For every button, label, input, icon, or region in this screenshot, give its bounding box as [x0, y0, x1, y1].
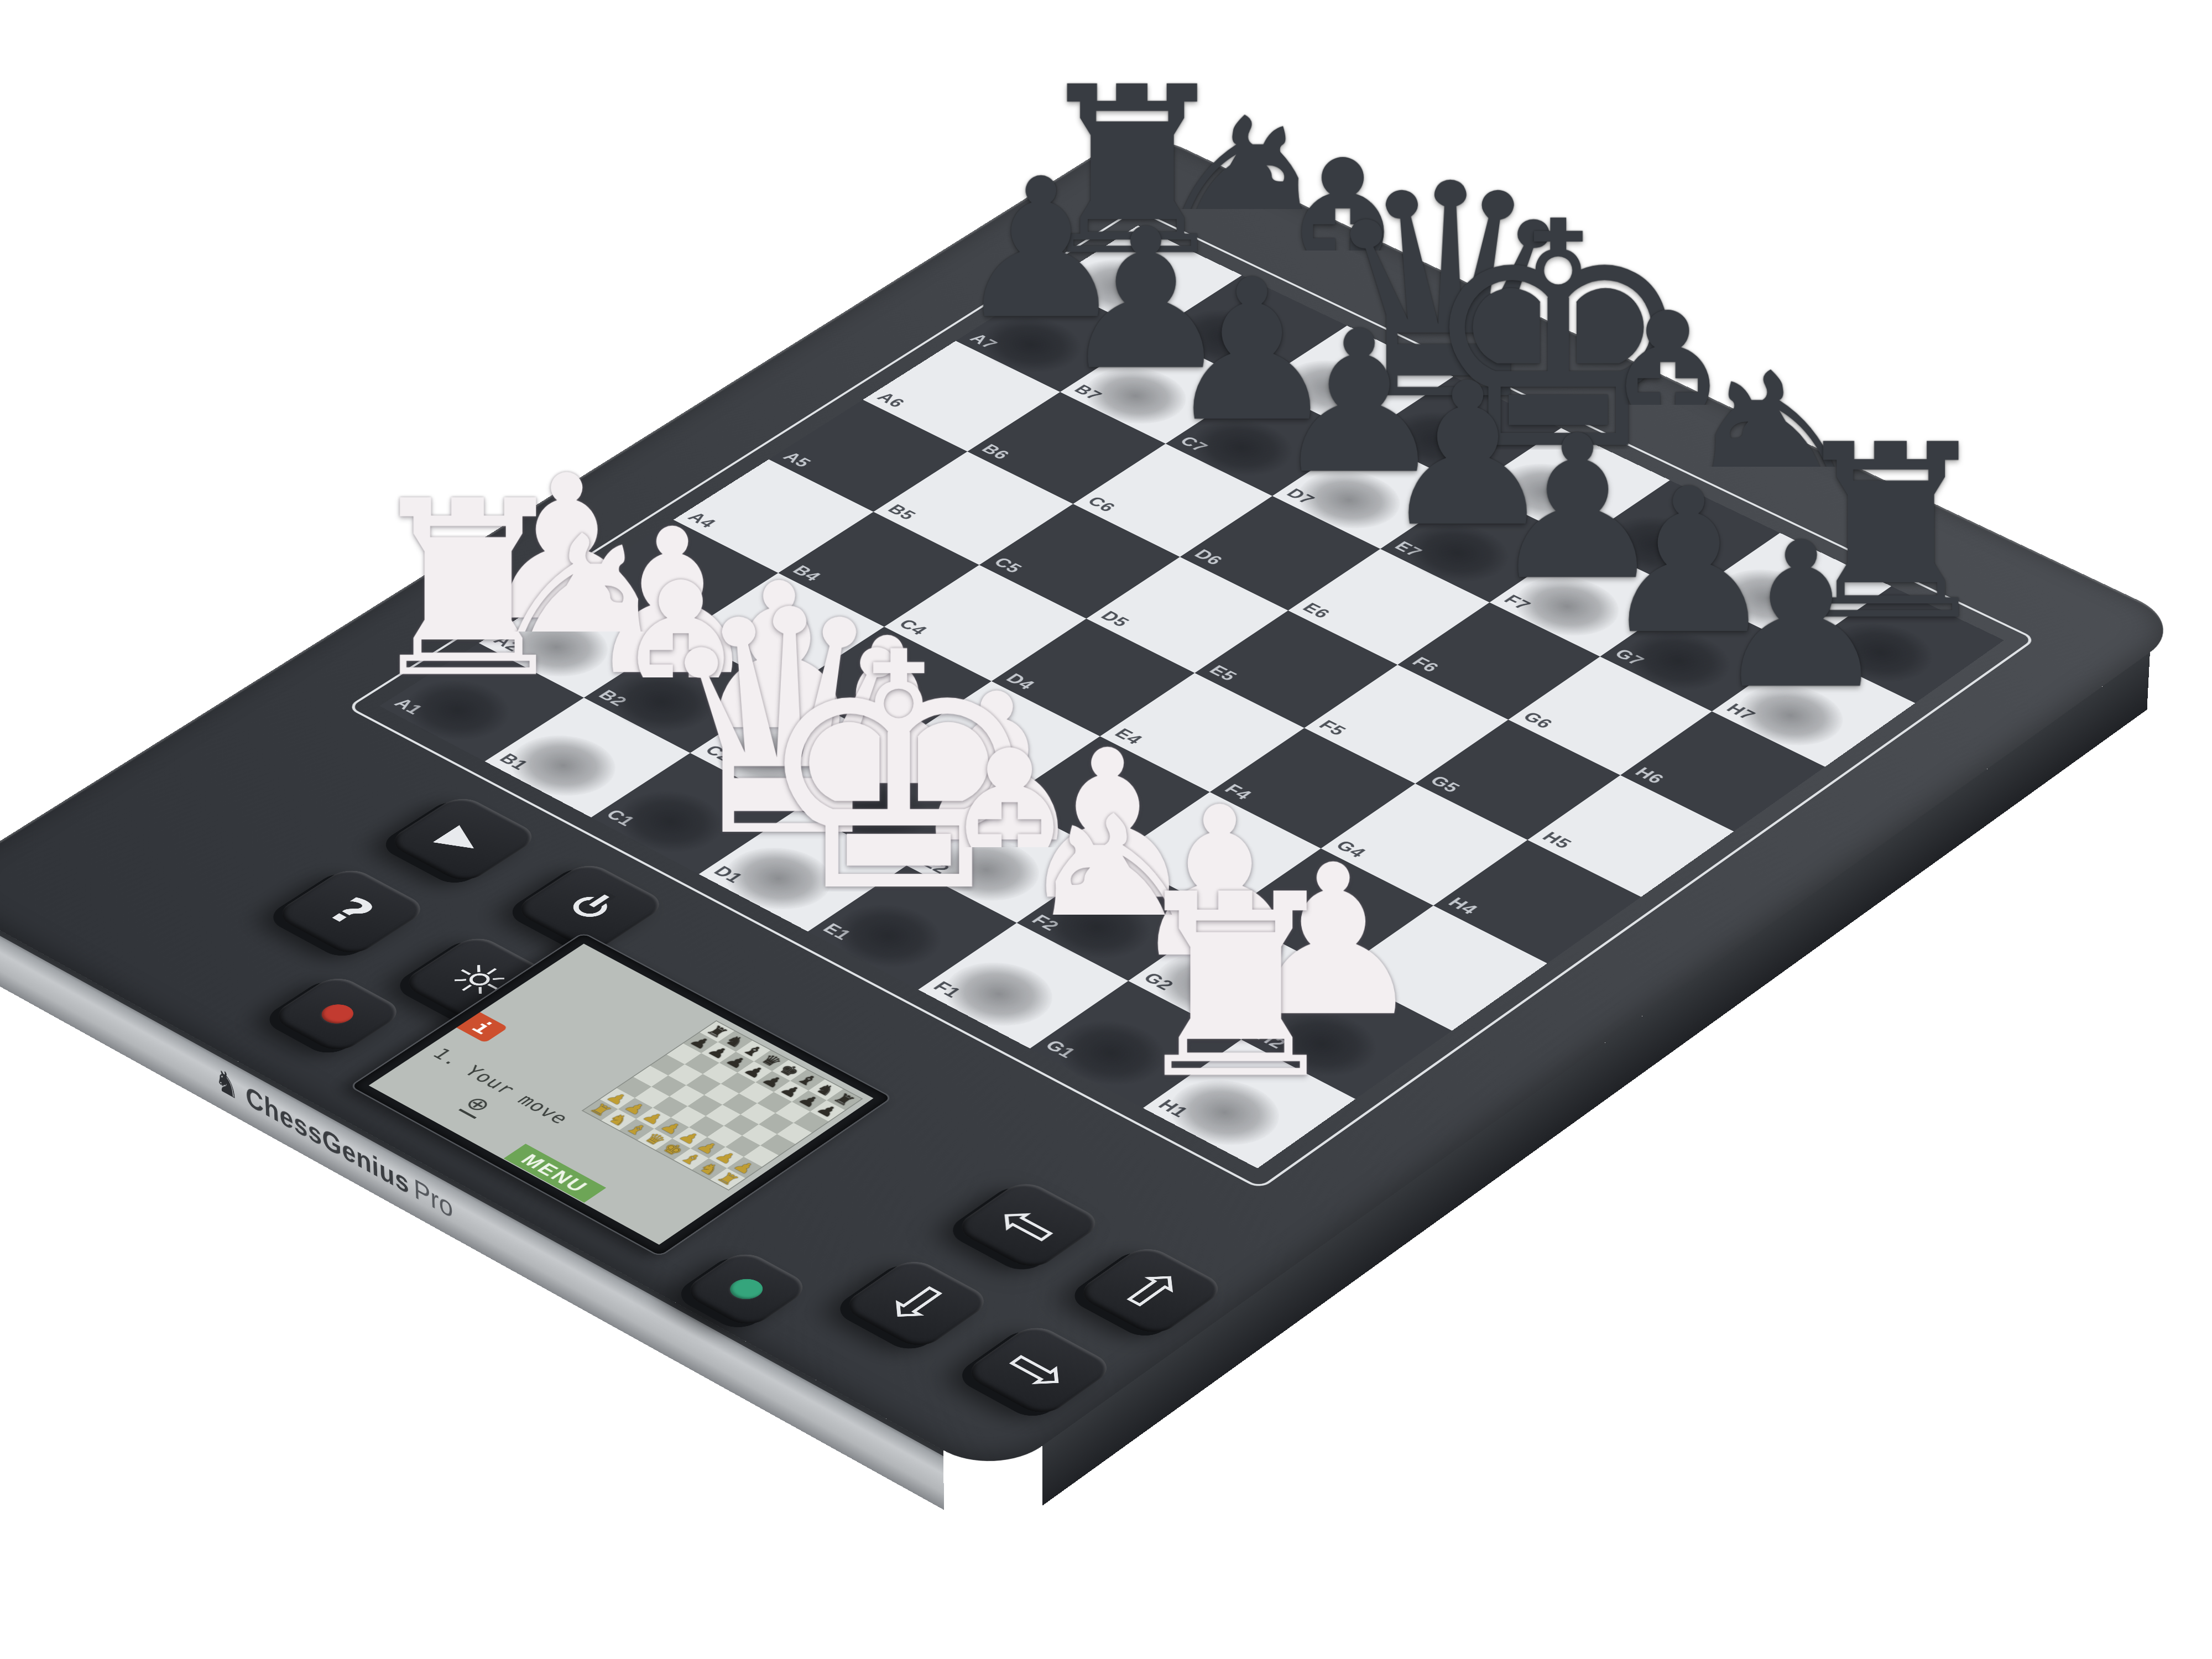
question-icon: ? — [319, 892, 383, 931]
info-badge: i — [456, 1012, 508, 1043]
help-button[interactable]: ? — [272, 865, 430, 958]
lcd-mini-board: ♜♞♝♛♚♝♞♜♟♟♟♟♟♟♟♟♟♟♟♟♟♟♟♟♜♞♝♛♚♝♞♜ — [583, 1021, 862, 1190]
brand-suffix: Pro — [413, 1171, 453, 1225]
record-button[interactable] — [269, 973, 407, 1055]
menu-label: MENU — [504, 1144, 606, 1203]
arrow-down-button[interactable]: ⇩ — [839, 1256, 994, 1352]
arrow-right-button[interactable]: ⇨ — [961, 1322, 1117, 1419]
arrow-down-icon: ⇩ — [867, 1272, 966, 1334]
green-dot-icon — [723, 1275, 769, 1303]
scene: ♞ ChessGenius Pro A8B8C8D8E8F8G8H8A7B7C7… — [0, 0, 2212, 1659]
play-icon: ▶ — [432, 821, 494, 858]
arrow-right-icon: ⇨ — [989, 1339, 1089, 1401]
chess-computer: ♞ ChessGenius Pro A8B8C8D8E8F8G8H8A7B7C7… — [0, 127, 2189, 1479]
arrow-left-button[interactable]: ⇦ — [952, 1178, 1105, 1272]
lcd-move-prompt: 1. Your move — [427, 1045, 574, 1127]
play-button[interactable]: ▶ — [385, 794, 541, 885]
knight-logo-icon: ♞ — [213, 1062, 239, 1105]
arrow-up-icon: ⇧ — [1102, 1260, 1200, 1321]
arrow-up-button[interactable]: ⇧ — [1073, 1243, 1228, 1339]
square-coordinate-label: A5 — [779, 450, 815, 470]
power-icon — [566, 893, 614, 921]
arrow-left-icon: ⇦ — [979, 1194, 1077, 1255]
clock-icon: ⊕ — [458, 1092, 498, 1116]
red-dot-icon — [315, 1000, 360, 1027]
